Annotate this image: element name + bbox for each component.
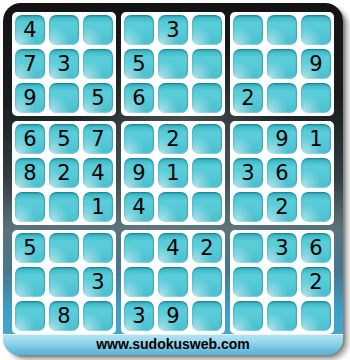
cell-r2c9[interactable]: 9	[301, 49, 331, 79]
cell-r5c3[interactable]: 4	[83, 158, 113, 188]
sudoku-board-frame: 473953569265782412914913625384239362 www…	[3, 3, 343, 355]
cell-r8c8[interactable]	[267, 267, 297, 297]
sudoku-box-9: 362	[230, 230, 334, 334]
cell-r4c2[interactable]: 5	[49, 124, 79, 154]
cell-r6c1[interactable]	[15, 192, 45, 222]
cell-r3c5[interactable]	[158, 83, 188, 113]
cell-r3c3[interactable]: 5	[83, 83, 113, 113]
cell-r5c2[interactable]: 2	[49, 158, 79, 188]
cell-r5c5[interactable]: 1	[158, 158, 188, 188]
cell-r2c2[interactable]: 3	[49, 49, 79, 79]
sudoku-box-4: 6578241	[12, 121, 116, 225]
cell-r2c3[interactable]	[83, 49, 113, 79]
cell-r4c1[interactable]: 6	[15, 124, 45, 154]
cell-r9c2[interactable]: 8	[49, 301, 79, 331]
cell-r3c9[interactable]	[301, 83, 331, 113]
cell-r6c8[interactable]: 2	[267, 192, 297, 222]
cell-r8c2[interactable]	[49, 267, 79, 297]
cell-r7c6[interactable]: 2	[192, 233, 222, 263]
cell-r6c6[interactable]	[192, 192, 222, 222]
cell-r4c5[interactable]: 2	[158, 124, 188, 154]
cell-r6c9[interactable]	[301, 192, 331, 222]
cell-r7c7[interactable]	[233, 233, 263, 263]
cell-r4c8[interactable]: 9	[267, 124, 297, 154]
cell-r7c2[interactable]	[49, 233, 79, 263]
cell-r1c7[interactable]	[233, 15, 263, 45]
cell-r9c8[interactable]	[267, 301, 297, 331]
cell-r4c9[interactable]: 1	[301, 124, 331, 154]
cell-r3c7[interactable]: 2	[233, 83, 263, 113]
cell-r2c7[interactable]	[233, 49, 263, 79]
cell-r7c1[interactable]: 5	[15, 233, 45, 263]
cell-r7c3[interactable]	[83, 233, 113, 263]
cell-r5c7[interactable]: 3	[233, 158, 263, 188]
cell-r5c4[interactable]: 9	[124, 158, 154, 188]
cell-r5c9[interactable]	[301, 158, 331, 188]
cell-r9c6[interactable]	[192, 301, 222, 331]
cell-r2c4[interactable]: 5	[124, 49, 154, 79]
sudoku-box-8: 4239	[121, 230, 225, 334]
cell-r8c6[interactable]	[192, 267, 222, 297]
cell-r2c8[interactable]	[267, 49, 297, 79]
cell-r1c1[interactable]: 4	[15, 15, 45, 45]
cell-r2c5[interactable]	[158, 49, 188, 79]
cell-r1c6[interactable]	[192, 15, 222, 45]
cell-r1c8[interactable]	[267, 15, 297, 45]
site-url: www.sudokusweb.com	[3, 334, 343, 355]
cell-r1c4[interactable]	[124, 15, 154, 45]
cell-r5c8[interactable]: 6	[267, 158, 297, 188]
cell-r9c9[interactable]	[301, 301, 331, 331]
cell-r8c7[interactable]	[233, 267, 263, 297]
cell-r8c4[interactable]	[124, 267, 154, 297]
cell-r8c5[interactable]	[158, 267, 188, 297]
cell-r4c4[interactable]	[124, 124, 154, 154]
cell-r6c4[interactable]: 4	[124, 192, 154, 222]
cell-r1c3[interactable]	[83, 15, 113, 45]
cell-r2c1[interactable]: 7	[15, 49, 45, 79]
cell-r3c8[interactable]	[267, 83, 297, 113]
cell-r7c8[interactable]: 3	[267, 233, 297, 263]
cell-r3c2[interactable]	[49, 83, 79, 113]
sudoku-box-1: 47395	[12, 12, 116, 116]
cell-r9c3[interactable]	[83, 301, 113, 331]
sudoku-box-6: 91362	[230, 121, 334, 225]
cell-r7c4[interactable]	[124, 233, 154, 263]
cell-r5c6[interactable]	[192, 158, 222, 188]
cell-r9c1[interactable]	[15, 301, 45, 331]
cell-r7c9[interactable]: 6	[301, 233, 331, 263]
cell-r4c3[interactable]: 7	[83, 124, 113, 154]
cell-r1c2[interactable]	[49, 15, 79, 45]
cell-r6c2[interactable]	[49, 192, 79, 222]
cell-r4c6[interactable]	[192, 124, 222, 154]
cell-r3c4[interactable]: 6	[124, 83, 154, 113]
cell-r9c4[interactable]: 3	[124, 301, 154, 331]
cell-r9c7[interactable]	[233, 301, 263, 331]
sudoku-box-3: 92	[230, 12, 334, 116]
sudoku-box-2: 356	[121, 12, 225, 116]
sudoku-box-5: 2914	[121, 121, 225, 225]
cell-r2c6[interactable]	[192, 49, 222, 79]
cell-r9c5[interactable]: 9	[158, 301, 188, 331]
cell-r1c5[interactable]: 3	[158, 15, 188, 45]
cell-r3c6[interactable]	[192, 83, 222, 113]
cell-r8c1[interactable]	[15, 267, 45, 297]
cell-r1c9[interactable]	[301, 15, 331, 45]
cell-r5c1[interactable]: 8	[15, 158, 45, 188]
sudoku-board: 473953569265782412914913625384239362	[12, 12, 334, 334]
cell-r4c7[interactable]	[233, 124, 263, 154]
cell-r8c3[interactable]: 3	[83, 267, 113, 297]
cell-r6c7[interactable]	[233, 192, 263, 222]
cell-r3c1[interactable]: 9	[15, 83, 45, 113]
cell-r6c3[interactable]: 1	[83, 192, 113, 222]
cell-r8c9[interactable]: 2	[301, 267, 331, 297]
cell-r7c5[interactable]: 4	[158, 233, 188, 263]
cell-r6c5[interactable]	[158, 192, 188, 222]
sudoku-box-7: 538	[12, 230, 116, 334]
